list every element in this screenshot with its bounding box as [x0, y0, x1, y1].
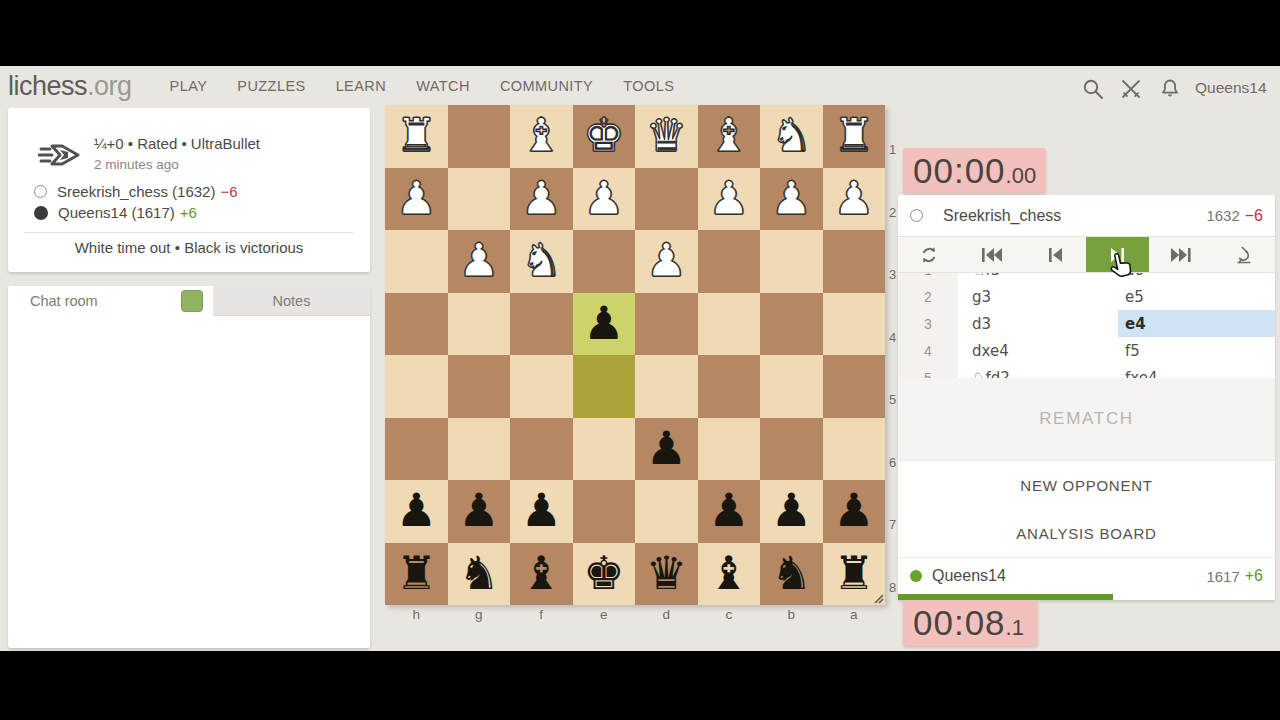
square-h8[interactable]: ♜: [385, 543, 448, 606]
square-f1[interactable]: ♝: [510, 105, 573, 168]
nav-item-learn[interactable]: LEARN: [336, 78, 387, 94]
nav-item-tools[interactable]: TOOLS: [623, 78, 674, 94]
flip-board-button[interactable]: [898, 237, 961, 272]
last-move-button[interactable]: [1149, 237, 1212, 272]
square-h5[interactable]: [385, 355, 448, 418]
white-move-san[interactable]: dxe4: [958, 342, 1118, 360]
square-c8[interactable]: ♝: [698, 543, 761, 606]
square-f3[interactable]: ♞: [510, 230, 573, 293]
square-d2[interactable]: [635, 168, 698, 231]
square-h3[interactable]: [385, 230, 448, 293]
white-rook[interactable]: ♜: [823, 105, 886, 168]
file-label-e: e: [573, 607, 636, 622]
black-pawn[interactable]: ♟: [760, 480, 823, 543]
black-rook[interactable]: ♜: [385, 543, 448, 606]
black-pawn[interactable]: ♟: [510, 480, 573, 543]
white-knight[interactable]: ♞: [510, 230, 573, 293]
square-e1[interactable]: ♚: [573, 105, 636, 168]
square-a4[interactable]: [823, 293, 886, 356]
ultrabullet-icon: [38, 134, 84, 176]
analysis-button[interactable]: [1212, 237, 1275, 272]
square-e6[interactable]: [573, 418, 636, 481]
black-move-san[interactable]: f5: [1118, 337, 1275, 364]
file-label-c: c: [698, 607, 761, 622]
file-label-h: h: [385, 607, 448, 622]
file-label-g: g: [448, 607, 511, 622]
chat-panel: Chat room Notes: [8, 286, 370, 648]
board-resize-handle[interactable]: [871, 591, 884, 604]
white-queen[interactable]: ♛: [635, 105, 698, 168]
square-b6[interactable]: [760, 418, 823, 481]
square-a2[interactable]: ♟: [823, 168, 886, 231]
square-f7[interactable]: ♟: [510, 480, 573, 543]
black-clock: 00:08.1: [903, 600, 1038, 646]
white-pawn[interactable]: ♟: [448, 230, 511, 293]
white-pawn[interactable]: ♟: [510, 168, 573, 231]
tab-chat-room[interactable]: Chat room: [30, 293, 98, 309]
black-move-san[interactable]: e5: [1118, 283, 1275, 310]
chat-toggle[interactable]: [181, 290, 203, 312]
black-bishop[interactable]: ♝: [510, 543, 573, 606]
white-pawn[interactable]: ♟: [573, 168, 636, 231]
square-c5[interactable]: [698, 355, 761, 418]
black-clock-time: 00:08: [913, 600, 1006, 645]
square-e7[interactable]: [573, 480, 636, 543]
white-pawn[interactable]: ♟: [823, 168, 886, 231]
black-pawn[interactable]: ♟: [823, 480, 886, 543]
white-player-rating: 1632: [1206, 207, 1239, 224]
square-f6[interactable]: [510, 418, 573, 481]
letterbox-top: [0, 0, 1280, 66]
move-list[interactable]: 1♘f3d62g3e53d3e44dxe4f55♘fd2fxe4: [898, 273, 1275, 378]
white-rook[interactable]: ♜: [385, 105, 448, 168]
flip-board-icon: [918, 244, 940, 266]
square-g7[interactable]: ♟: [448, 480, 511, 543]
square-g6[interactable]: [448, 418, 511, 481]
mouse-hand-cursor: [1103, 249, 1139, 285]
file-label-a: a: [823, 607, 886, 622]
square-h7[interactable]: ♟: [385, 480, 448, 543]
last-move-icon: [1169, 247, 1193, 263]
square-a5[interactable]: [823, 355, 886, 418]
file-label-b: b: [760, 607, 823, 622]
black-color-icon: [34, 206, 48, 220]
black-clock-fraction: .1: [1006, 615, 1024, 641]
black-rating-diff: +6: [1245, 567, 1263, 585]
move-row-5: 5♘fd2fxe4: [898, 364, 1275, 378]
square-a1[interactable]: ♜: [823, 105, 886, 168]
file-label-d: d: [635, 607, 698, 622]
square-b2[interactable]: ♟: [760, 168, 823, 231]
square-a7[interactable]: ♟: [823, 480, 886, 543]
square-f4[interactable]: [510, 293, 573, 356]
square-d4[interactable]: [635, 293, 698, 356]
challenges-crossed-swords-icon[interactable]: [1119, 77, 1143, 101]
square-f8[interactable]: ♝: [510, 543, 573, 606]
logo-main: lichess: [8, 71, 87, 101]
lichess-game-page: lichess.org PLAYPUZZLESLEARNWATCHCOMMUNI…: [0, 0, 1280, 720]
move-number: 2: [898, 283, 958, 310]
logged-in-username[interactable]: Queens14: [1195, 79, 1267, 97]
black-bishop[interactable]: ♝: [698, 543, 761, 606]
white-king[interactable]: ♚: [573, 105, 636, 168]
square-b1[interactable]: ♞: [760, 105, 823, 168]
white-bishop[interactable]: ♝: [510, 105, 573, 168]
rematch-button[interactable]: REMATCH: [898, 378, 1275, 461]
square-g4[interactable]: [448, 293, 511, 356]
nav-menu: PLAYPUZZLESLEARNWATCHCOMMUNITYTOOLS: [170, 78, 675, 94]
square-e3[interactable]: [573, 230, 636, 293]
black-move-san[interactable]: d6: [1118, 273, 1275, 283]
move-row-3: 3d3e4: [898, 310, 1275, 337]
square-b4[interactable]: [760, 293, 823, 356]
move-row-1: 1♘f3d6: [898, 273, 1275, 283]
black-pawn[interactable]: ♟: [573, 293, 636, 356]
square-e5[interactable]: [573, 355, 636, 418]
square-g3[interactable]: ♟: [448, 230, 511, 293]
first-move-icon: [980, 247, 1004, 263]
white-player-line[interactable]: Sreekrish_chess (1632) −6: [34, 183, 238, 200]
black-pawn[interactable]: ♟: [698, 480, 761, 543]
move-number: 3: [898, 310, 958, 337]
analysis-icon: [1234, 245, 1254, 265]
white-player-name: Sreekrish_chess: [943, 207, 1061, 225]
analysis-board-button[interactable]: ANALYSIS BOARD: [898, 510, 1275, 557]
white-player-row[interactable]: Sreekrish_chess 1632 −6: [898, 195, 1275, 236]
black-queen[interactable]: ♛: [635, 543, 698, 606]
white-move-san[interactable]: d3: [958, 315, 1118, 333]
nav-item-watch[interactable]: WATCH: [416, 78, 470, 94]
move-row-4: 4dxe4f5: [898, 337, 1275, 364]
white-move-san[interactable]: ♘fd2: [958, 369, 1118, 379]
white-clock: 00:00.00: [903, 148, 1046, 193]
square-h2[interactable]: ♟: [385, 168, 448, 231]
white-player-name: Sreekrish_chess (1632): [57, 183, 215, 200]
square-d8[interactable]: ♛: [635, 543, 698, 606]
square-a3[interactable]: [823, 230, 886, 293]
square-b5[interactable]: [760, 355, 823, 418]
square-c4[interactable]: [698, 293, 761, 356]
square-f2[interactable]: ♟: [510, 168, 573, 231]
online-status-dot: [910, 570, 922, 582]
first-move-button[interactable]: [961, 237, 1024, 272]
square-g8[interactable]: ♞: [448, 543, 511, 606]
previous-move-icon: [1045, 247, 1065, 263]
square-g1[interactable]: [448, 105, 511, 168]
nav-item-play[interactable]: PLAY: [170, 78, 208, 94]
white-pawn[interactable]: ♟: [698, 168, 761, 231]
white-rating-diff: −6: [1245, 207, 1263, 225]
white-rating-diff: −6: [220, 183, 237, 200]
black-player-name: Queens14 (1617): [58, 204, 175, 221]
search-icon[interactable]: [1081, 77, 1105, 101]
lichess-logo[interactable]: lichess.org: [8, 71, 132, 102]
move-row-2: 2g3e5: [898, 283, 1275, 310]
white-clock-fraction: .00: [1006, 163, 1037, 189]
square-h1[interactable]: ♜: [385, 105, 448, 168]
white-clock-time: 00:00: [913, 148, 1006, 193]
white-color-icon: [34, 185, 47, 198]
black-rating-diff: +6: [180, 204, 197, 221]
black-king[interactable]: ♚: [573, 543, 636, 606]
square-h6[interactable]: [385, 418, 448, 481]
black-move-san-current[interactable]: e4: [1118, 310, 1275, 337]
square-b8[interactable]: ♞: [760, 543, 823, 606]
square-d6[interactable]: ♟: [635, 418, 698, 481]
square-c3[interactable]: [698, 230, 761, 293]
white-knight[interactable]: ♞: [760, 105, 823, 168]
white-pawn[interactable]: ♟: [760, 168, 823, 231]
move-controls: [898, 236, 1275, 273]
square-e2[interactable]: ♟: [573, 168, 636, 231]
letterbox-bottom: [0, 651, 1280, 720]
black-pawn[interactable]: ♟: [385, 480, 448, 543]
black-pawn[interactable]: ♟: [635, 418, 698, 481]
square-g2[interactable]: [448, 168, 511, 231]
square-c1[interactable]: ♝: [698, 105, 761, 168]
divider: [24, 232, 354, 233]
black-knight[interactable]: ♞: [760, 543, 823, 606]
rank-label-1: 1: [889, 142, 901, 157]
time-control-label: ¼+0 • Rated • UltraBullet: [94, 135, 260, 152]
square-g5[interactable]: [448, 355, 511, 418]
game-side-panel: Sreekrish_chess 1632 −6: [898, 195, 1275, 600]
logo-tld: .org: [87, 71, 132, 101]
square-e8[interactable]: ♚: [573, 543, 636, 606]
white-pawn[interactable]: ♟: [635, 230, 698, 293]
black-player-line[interactable]: Queens14 (1617) +6: [34, 204, 197, 221]
white-move-san[interactable]: g3: [958, 288, 1118, 306]
game-result-text: White time out • Black is victorious: [8, 239, 370, 256]
file-label-f: f: [510, 607, 573, 622]
black-player-row[interactable]: Queens14 1617 +6: [898, 557, 1275, 594]
move-number: 4: [898, 337, 958, 364]
white-pawn[interactable]: ♟: [385, 168, 448, 231]
nav-item-puzzles[interactable]: PUZZLES: [237, 78, 305, 94]
tab-notes[interactable]: Notes: [213, 286, 370, 316]
square-d1[interactable]: ♛: [635, 105, 698, 168]
notifications-bell-icon[interactable]: [1158, 77, 1182, 101]
square-c6[interactable]: [698, 418, 761, 481]
move-number: 5: [898, 364, 958, 378]
black-knight[interactable]: ♞: [448, 543, 511, 606]
square-e4[interactable]: ♟: [573, 293, 636, 356]
move-number: 1: [898, 273, 958, 283]
nav-item-community[interactable]: COMMUNITY: [500, 78, 593, 94]
square-b3[interactable]: [760, 230, 823, 293]
previous-move-button[interactable]: [1024, 237, 1087, 272]
game-info-card: ¼+0 • Rated • UltraBullet 2 minutes ago …: [8, 108, 370, 272]
square-c7[interactable]: ♟: [698, 480, 761, 543]
game-time-ago: 2 minutes ago: [94, 157, 179, 172]
white-bishop[interactable]: ♝: [698, 105, 761, 168]
chess-board[interactable]: ♜♝♚♛♝♞♜♟♟♟♟♟♟♟♞♟♟♟♟♟♟♟♟♟♜♞♝♚♛♝♞♜: [385, 105, 885, 605]
square-d7[interactable]: [635, 480, 698, 543]
black-player-name: Queens14: [932, 567, 1006, 585]
white-move-san[interactable]: ♘f3: [958, 273, 1118, 279]
square-c2[interactable]: ♟: [698, 168, 761, 231]
square-d3[interactable]: ♟: [635, 230, 698, 293]
square-d5[interactable]: [635, 355, 698, 418]
white-color-icon: [910, 209, 923, 222]
black-player-rating: 1617: [1206, 568, 1239, 585]
square-f5[interactable]: [510, 355, 573, 418]
square-a6[interactable]: [823, 418, 886, 481]
square-b7[interactable]: ♟: [760, 480, 823, 543]
square-h4[interactable]: [385, 293, 448, 356]
black-pawn[interactable]: ♟: [448, 480, 511, 543]
black-move-san[interactable]: fxe4: [1118, 364, 1275, 378]
new-opponent-button[interactable]: NEW OPPONENT: [898, 461, 1275, 510]
